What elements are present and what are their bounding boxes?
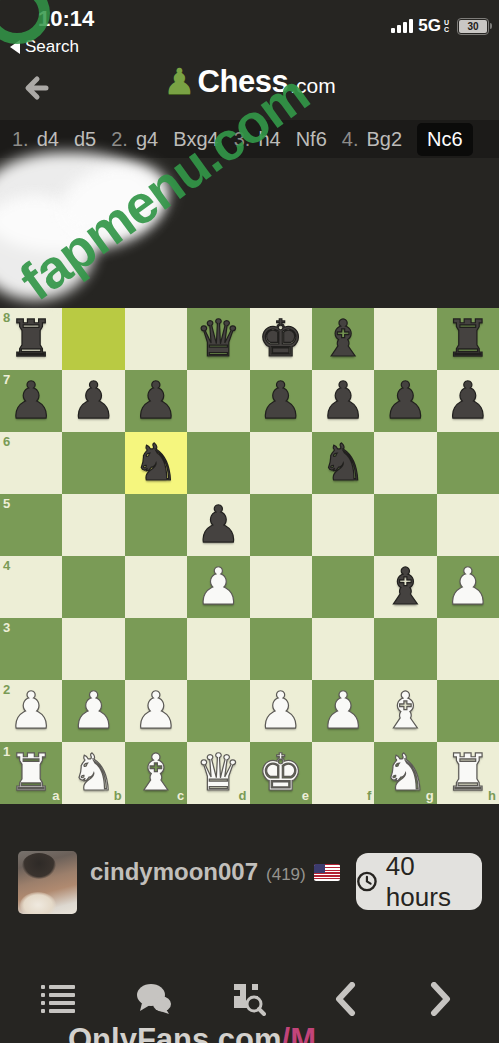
watermark-bottom: OnlyFans.com/M... xyxy=(68,1022,342,1043)
move-token[interactable]: Nc6 xyxy=(417,123,473,156)
move-token[interactable]: Nf6 xyxy=(296,128,327,151)
signal-strength-icon xyxy=(391,19,413,33)
move-token[interactable]: d5 xyxy=(74,128,96,151)
file-label: e xyxy=(302,789,309,802)
rank-label: 4 xyxy=(3,559,10,572)
square-d7[interactable] xyxy=(187,370,249,432)
white-pawn-d4: ♟ xyxy=(195,556,241,618)
square-f4[interactable] xyxy=(312,556,374,618)
square-h2[interactable] xyxy=(437,680,499,742)
network-sub-label: UC xyxy=(444,19,449,33)
player-clock: 40 hours xyxy=(356,853,482,910)
move-number: 1. xyxy=(12,128,29,151)
black-pawn-b7: ♟ xyxy=(71,370,117,432)
square-f3[interactable] xyxy=(312,618,374,680)
square-e3[interactable] xyxy=(250,618,312,680)
square-f6[interactable]: ♞ xyxy=(312,432,374,494)
square-b5[interactable] xyxy=(62,494,124,556)
file-label: g xyxy=(426,789,434,802)
analysis-board-icon xyxy=(232,982,266,1016)
square-d4[interactable]: ♟ xyxy=(187,556,249,618)
black-pawn-e7: ♟ xyxy=(258,370,304,432)
white-pawn-a2: ♟ xyxy=(8,680,54,742)
white-king-e1: ♚ xyxy=(258,742,304,804)
player-clock-value: 40 hours xyxy=(386,851,482,913)
square-a1[interactable]: 1a♜ xyxy=(0,742,62,804)
square-g1[interactable]: g♞ xyxy=(374,742,436,804)
logo-pawn-icon: ♟ xyxy=(163,64,195,100)
chess-app-screen: 10:14 Search 5G UC 30 ♟ Chess .com 1.d4d… xyxy=(0,0,499,1043)
black-pawn-f7: ♟ xyxy=(320,370,366,432)
square-c8[interactable] xyxy=(125,308,187,370)
rank-label: 6 xyxy=(3,435,10,448)
black-pawn-h7: ♟ xyxy=(445,370,491,432)
move-number: 4. xyxy=(342,128,359,151)
black-bishop-g4: ♝ xyxy=(383,556,429,618)
white-knight-b1: ♞ xyxy=(71,742,117,804)
square-e6[interactable] xyxy=(250,432,312,494)
white-rook-h1: ♜ xyxy=(445,742,491,804)
rank-label: 3 xyxy=(3,621,10,634)
square-g6[interactable] xyxy=(374,432,436,494)
chesscom-logo: ♟ Chess .com xyxy=(0,64,499,100)
status-time: 10:14 xyxy=(38,6,94,32)
rank-label: 8 xyxy=(3,311,10,324)
white-pawn-h4: ♟ xyxy=(445,556,491,618)
rank-label: 5 xyxy=(3,497,10,510)
square-h5[interactable] xyxy=(437,494,499,556)
network-type-label: 5G xyxy=(418,16,441,36)
black-pawn-g7: ♟ xyxy=(383,370,429,432)
square-e2[interactable]: ♟ xyxy=(250,680,312,742)
square-b2[interactable]: ♟ xyxy=(62,680,124,742)
status-indicators: 5G UC 30 xyxy=(391,16,489,36)
square-d6[interactable] xyxy=(187,432,249,494)
square-h1[interactable]: h♜ xyxy=(437,742,499,804)
square-f1[interactable]: f xyxy=(312,742,374,804)
back-to-app-link[interactable]: Search xyxy=(10,37,79,57)
white-pawn-f2: ♟ xyxy=(320,680,366,742)
square-a3[interactable]: 3 xyxy=(0,618,62,680)
moves-list-icon xyxy=(41,984,75,1014)
square-c4[interactable] xyxy=(125,556,187,618)
square-d1[interactable]: d♛ xyxy=(187,742,249,804)
analysis-button[interactable] xyxy=(227,979,271,1019)
file-label: b xyxy=(114,789,122,802)
file-label: f xyxy=(367,789,371,802)
square-c5[interactable] xyxy=(125,494,187,556)
square-g3[interactable] xyxy=(374,618,436,680)
white-knight-g1: ♞ xyxy=(383,742,429,804)
black-knight-c6: ♞ xyxy=(133,432,179,494)
square-b1[interactable]: b♞ xyxy=(62,742,124,804)
square-h6[interactable] xyxy=(437,432,499,494)
square-a8[interactable]: 8♜ xyxy=(0,308,62,370)
battery-percent: 30 xyxy=(459,20,487,33)
file-label: d xyxy=(239,789,247,802)
white-bishop-c1: ♝ xyxy=(133,742,179,804)
square-d8[interactable]: ♛ xyxy=(187,308,249,370)
rank-label: 1 xyxy=(3,745,10,758)
square-h8[interactable]: ♜ xyxy=(437,308,499,370)
square-g5[interactable] xyxy=(374,494,436,556)
square-e5[interactable] xyxy=(250,494,312,556)
black-pawn-c7: ♟ xyxy=(133,370,179,432)
player-username: cindymoon007 xyxy=(90,858,258,886)
white-queen-d1: ♛ xyxy=(195,742,241,804)
player-info-row[interactable]: cindymoon007 (419) 40 hours xyxy=(0,804,499,954)
square-e4[interactable] xyxy=(250,556,312,618)
square-g8[interactable] xyxy=(374,308,436,370)
square-b6[interactable] xyxy=(62,432,124,494)
move-token[interactable]: Bxg4 xyxy=(173,128,219,151)
square-e8[interactable]: ♚ xyxy=(250,308,312,370)
black-bishop-f8: ♝ xyxy=(320,308,366,370)
white-pawn-c2: ♟ xyxy=(133,680,179,742)
square-a6[interactable]: 6 xyxy=(0,432,62,494)
player-name-row: cindymoon007 (419) xyxy=(90,858,340,886)
square-c1[interactable]: c♝ xyxy=(125,742,187,804)
chat-button[interactable] xyxy=(132,979,176,1019)
chevron-right-icon xyxy=(430,982,452,1016)
black-pawn-a7: ♟ xyxy=(8,370,54,432)
chess-board: 8♜♛♚♝♜7♟♟♟♟♟♟♟6♞♞5♟4♟♝♟32♟♟♟♟♟♝1a♜b♞c♝d♛… xyxy=(0,308,499,804)
logo-text: Chess xyxy=(198,64,289,100)
file-label: h xyxy=(488,789,496,802)
square-e1[interactable]: e♚ xyxy=(250,742,312,804)
move-number: 3. xyxy=(234,128,251,151)
square-a2[interactable]: 2♟ xyxy=(0,680,62,742)
previous-move-button[interactable] xyxy=(323,979,367,1019)
player-avatar[interactable] xyxy=(18,851,77,914)
player-rating: (419) xyxy=(266,865,306,885)
square-h7[interactable]: ♟ xyxy=(437,370,499,432)
black-rook-h8: ♜ xyxy=(445,308,491,370)
square-a4[interactable]: 4 xyxy=(0,556,62,618)
next-move-button[interactable] xyxy=(419,979,463,1019)
moves-list-button[interactable] xyxy=(36,979,80,1019)
white-bishop-g2: ♝ xyxy=(383,680,429,742)
move-token[interactable]: g4 xyxy=(136,128,158,151)
rank-label: 7 xyxy=(3,373,10,386)
back-app-label: Search xyxy=(25,37,79,57)
square-b4[interactable] xyxy=(62,556,124,618)
square-g7[interactable]: ♟ xyxy=(374,370,436,432)
square-d2[interactable] xyxy=(187,680,249,742)
square-c7[interactable]: ♟ xyxy=(125,370,187,432)
square-d5[interactable]: ♟ xyxy=(187,494,249,556)
square-f8[interactable]: ♝ xyxy=(312,308,374,370)
square-c2[interactable]: ♟ xyxy=(125,680,187,742)
move-token[interactable]: h4 xyxy=(258,128,280,151)
square-a5[interactable]: 5 xyxy=(0,494,62,556)
square-g4[interactable]: ♝ xyxy=(374,556,436,618)
black-pawn-d5: ♟ xyxy=(195,494,241,556)
black-king-e8: ♚ xyxy=(258,308,304,370)
square-e7[interactable]: ♟ xyxy=(250,370,312,432)
logo-suffix: .com xyxy=(290,74,336,98)
square-g2[interactable]: ♝ xyxy=(374,680,436,742)
rank-label: 2 xyxy=(3,683,10,696)
back-triangle-icon xyxy=(10,40,20,54)
square-a7[interactable]: 7♟ xyxy=(0,370,62,432)
chevron-left-icon xyxy=(334,982,356,1016)
black-queen-d8: ♛ xyxy=(195,308,241,370)
square-f7[interactable]: ♟ xyxy=(312,370,374,432)
square-c6[interactable]: ♞ xyxy=(125,432,187,494)
square-b7[interactable]: ♟ xyxy=(62,370,124,432)
white-pawn-b2: ♟ xyxy=(71,680,117,742)
move-token[interactable]: d4 xyxy=(37,128,59,151)
opponent-info-row[interactable]: ero009 (806) ♟ +1 7 days xyxy=(0,158,499,304)
white-pawn-e2: ♟ xyxy=(258,680,304,742)
move-list: 1.d4d52.g4Bxg43.h4Nf64.Bg2Nc6 xyxy=(0,120,499,158)
square-f2[interactable]: ♟ xyxy=(312,680,374,742)
clock-icon xyxy=(356,870,378,893)
square-f5[interactable] xyxy=(312,494,374,556)
file-label: c xyxy=(177,789,184,802)
black-rook-a8: ♜ xyxy=(8,308,54,370)
battery-icon: 30 xyxy=(457,18,489,35)
square-h4[interactable]: ♟ xyxy=(437,556,499,618)
black-knight-f6: ♞ xyxy=(320,432,366,494)
white-rook-a1: ♜ xyxy=(8,742,54,804)
square-d3[interactable] xyxy=(187,618,249,680)
square-h3[interactable] xyxy=(437,618,499,680)
chat-icon xyxy=(136,983,172,1015)
player-flag-us-icon xyxy=(314,864,340,881)
file-label: a xyxy=(52,789,59,802)
move-number: 2. xyxy=(111,128,128,151)
square-b3[interactable] xyxy=(62,618,124,680)
move-token[interactable]: Bg2 xyxy=(366,128,402,151)
square-c3[interactable] xyxy=(125,618,187,680)
square-b8[interactable] xyxy=(62,308,124,370)
